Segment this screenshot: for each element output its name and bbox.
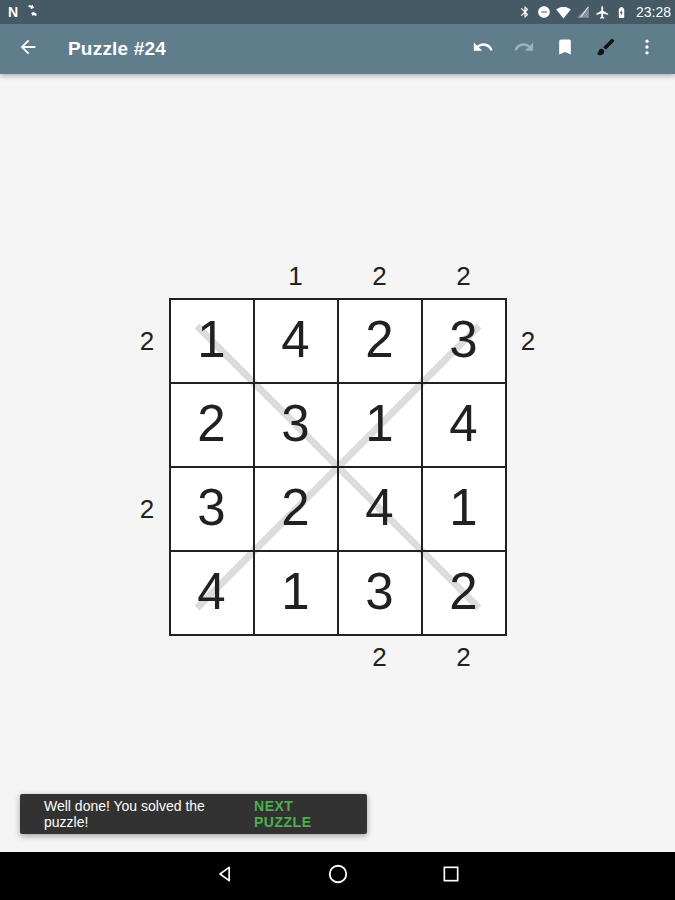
cell-r2c2[interactable]: 3 (254, 383, 338, 467)
recents-square-icon (441, 864, 461, 888)
content-area: 1 2 2 2 1 4 2 3 2 2 3 1 4 2 3 2 4 1 (0, 74, 675, 852)
nav-home-button[interactable] (326, 864, 350, 888)
clue-left-3: 2 (125, 467, 170, 551)
cellular-no-signal-icon (576, 5, 590, 19)
cell-r1c4[interactable]: 3 (422, 299, 506, 383)
snackbar-message: Well done! You solved the puzzle! (20, 798, 232, 830)
navigation-bar (0, 852, 675, 900)
cell-r1c3[interactable]: 2 (338, 299, 422, 383)
wifi-icon (556, 5, 571, 20)
clue-bottom-3: 2 (338, 635, 422, 680)
cell-r2c3[interactable]: 1 (338, 383, 422, 467)
toolbar: Puzzle #24 (0, 24, 675, 74)
clue-bottom-4: 2 (422, 635, 506, 680)
clue-corner (506, 635, 551, 680)
cell-r4c2[interactable]: 1 (254, 551, 338, 635)
undo-button[interactable] (462, 24, 503, 74)
cell-r4c4[interactable]: 2 (422, 551, 506, 635)
back-button[interactable] (0, 24, 56, 74)
airplane-icon (595, 5, 610, 20)
clue-left-1: 2 (125, 299, 170, 383)
next-puzzle-button[interactable]: NEXT PUZZLE (232, 798, 367, 830)
snackbar: Well done! You solved the puzzle! NEXT P… (20, 794, 367, 834)
page-title: Puzzle #24 (68, 38, 166, 60)
home-circle-icon (327, 863, 349, 889)
undo-icon (472, 36, 494, 62)
clue-corner (125, 635, 170, 680)
bluetooth-icon (518, 5, 532, 19)
screen: N (0, 0, 675, 900)
cell-r2c4[interactable]: 4 (422, 383, 506, 467)
clue-top-4: 2 (422, 254, 506, 299)
bookmark-icon (555, 37, 575, 61)
cell-r1c1[interactable]: 1 (170, 299, 254, 383)
clue-right-2 (506, 383, 551, 467)
brush-icon (595, 36, 617, 62)
clue-corner (125, 254, 170, 299)
cell-r3c3[interactable]: 4 (338, 467, 422, 551)
clue-top-3: 2 (338, 254, 422, 299)
n-notification-icon: N (8, 5, 18, 19)
redo-icon (513, 36, 535, 62)
do-not-disturb-icon (537, 5, 551, 19)
clue-left-2 (125, 383, 170, 467)
cell-r4c3[interactable]: 3 (338, 551, 422, 635)
cell-r3c2[interactable]: 2 (254, 467, 338, 551)
clue-top-2: 1 (254, 254, 338, 299)
back-arrow-icon (17, 36, 39, 62)
cell-r3c1[interactable]: 3 (170, 467, 254, 551)
overflow-menu-icon (637, 37, 657, 61)
cell-r3c4[interactable]: 1 (422, 467, 506, 551)
bookmark-button[interactable] (544, 24, 585, 74)
redo-button[interactable] (503, 24, 544, 74)
nav-back-button[interactable] (213, 864, 237, 888)
clue-bottom-2 (254, 635, 338, 680)
nav-recents-button[interactable] (439, 864, 463, 888)
brush-button[interactable] (585, 24, 626, 74)
overflow-menu-button[interactable] (626, 24, 667, 74)
back-triangle-icon (215, 864, 235, 888)
clue-right-3 (506, 467, 551, 551)
battery-charging-icon (615, 5, 628, 20)
status-bar: N (0, 0, 675, 24)
clue-right-4 (506, 551, 551, 635)
clue-left-4 (125, 551, 170, 635)
puzzle-board: 1 2 2 2 1 4 2 3 2 2 3 1 4 2 3 2 4 1 (125, 254, 551, 680)
cell-r4c1[interactable]: 4 (170, 551, 254, 635)
clue-right-1: 2 (506, 299, 551, 383)
clue-corner (506, 254, 551, 299)
cell-r1c2[interactable]: 4 (254, 299, 338, 383)
cell-r2c1[interactable]: 2 (170, 383, 254, 467)
clue-top-1 (170, 254, 254, 299)
status-time: 23:28 (636, 4, 671, 20)
clue-bottom-1 (170, 635, 254, 680)
data-transfer-icon (26, 5, 40, 19)
